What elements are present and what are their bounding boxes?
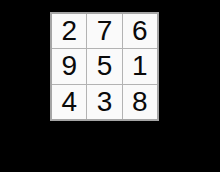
cell-r0c0: 2: [52, 14, 86, 48]
cell-r2c2: 8: [123, 85, 157, 119]
cell-r1c0: 9: [52, 49, 86, 83]
cell-r0c1: 7: [87, 14, 121, 48]
cell-r1c2: 1: [123, 49, 157, 83]
cell-r2c1: 3: [87, 85, 121, 119]
cell-r1c1: 5: [87, 49, 121, 83]
cell-r2c0: 4: [52, 85, 86, 119]
cell-r0c2: 6: [123, 14, 157, 48]
magic-square-board: 2 7 6 9 5 1 4 3 8: [50, 12, 159, 121]
